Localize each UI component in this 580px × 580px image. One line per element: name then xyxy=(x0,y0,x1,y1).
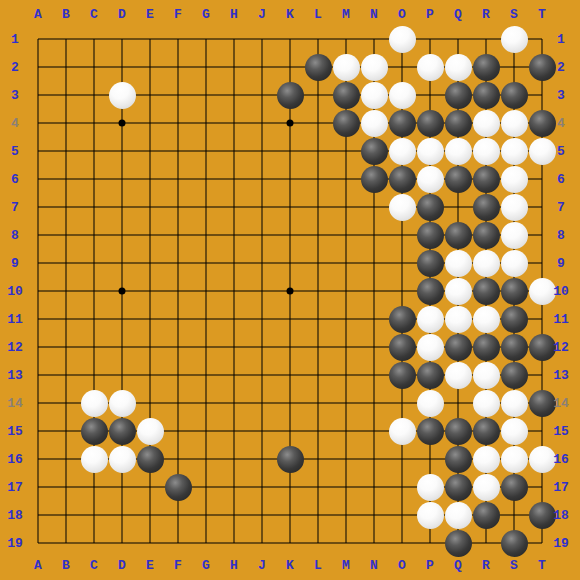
intersection-R16[interactable] xyxy=(472,445,500,473)
intersection-A14[interactable] xyxy=(24,389,52,417)
intersection-R4[interactable] xyxy=(472,109,500,137)
intersection-P2[interactable] xyxy=(416,53,444,81)
intersection-Q4[interactable] xyxy=(444,109,472,137)
intersection-R10[interactable] xyxy=(472,277,500,305)
intersection-F1[interactable] xyxy=(164,25,192,53)
intersection-C18[interactable] xyxy=(80,501,108,529)
intersection-Q8[interactable] xyxy=(444,221,472,249)
intersection-S2[interactable] xyxy=(500,53,528,81)
intersection-O10[interactable] xyxy=(388,277,416,305)
intersection-O3[interactable] xyxy=(388,81,416,109)
intersection-S16[interactable] xyxy=(500,445,528,473)
intersection-R11[interactable] xyxy=(472,305,500,333)
intersection-P13[interactable] xyxy=(416,361,444,389)
intersection-C13[interactable] xyxy=(80,361,108,389)
intersection-E5[interactable] xyxy=(136,137,164,165)
intersection-E14[interactable] xyxy=(136,389,164,417)
intersection-G12[interactable] xyxy=(192,333,220,361)
intersection-R1[interactable] xyxy=(472,25,500,53)
intersection-C3[interactable] xyxy=(80,81,108,109)
intersection-T13[interactable] xyxy=(528,361,556,389)
intersection-T9[interactable] xyxy=(528,249,556,277)
intersection-J7[interactable] xyxy=(248,193,276,221)
intersection-M4[interactable] xyxy=(332,109,360,137)
intersection-D4[interactable] xyxy=(108,109,136,137)
intersection-H14[interactable] xyxy=(220,389,248,417)
intersection-E18[interactable] xyxy=(136,501,164,529)
intersection-M5[interactable] xyxy=(332,137,360,165)
intersection-C4[interactable] xyxy=(80,109,108,137)
intersection-F15[interactable] xyxy=(164,417,192,445)
intersection-L2[interactable] xyxy=(304,53,332,81)
intersection-D15[interactable] xyxy=(108,417,136,445)
intersection-J9[interactable] xyxy=(248,249,276,277)
intersection-P9[interactable] xyxy=(416,249,444,277)
intersection-A16[interactable] xyxy=(24,445,52,473)
intersection-J10[interactable] xyxy=(248,277,276,305)
intersection-J8[interactable] xyxy=(248,221,276,249)
intersection-M7[interactable] xyxy=(332,193,360,221)
intersection-Q15[interactable] xyxy=(444,417,472,445)
intersection-Q10[interactable] xyxy=(444,277,472,305)
intersection-C2[interactable] xyxy=(80,53,108,81)
intersection-J14[interactable] xyxy=(248,389,276,417)
intersection-R19[interactable] xyxy=(472,529,500,557)
intersection-A1[interactable] xyxy=(24,25,52,53)
intersection-E6[interactable] xyxy=(136,165,164,193)
intersection-J13[interactable] xyxy=(248,361,276,389)
intersection-T19[interactable] xyxy=(528,529,556,557)
intersection-F5[interactable] xyxy=(164,137,192,165)
intersection-Q17[interactable] xyxy=(444,473,472,501)
intersection-E1[interactable] xyxy=(136,25,164,53)
intersection-Q18[interactable] xyxy=(444,501,472,529)
intersection-C1[interactable] xyxy=(80,25,108,53)
intersection-D19[interactable] xyxy=(108,529,136,557)
intersection-S6[interactable] xyxy=(500,165,528,193)
intersection-H15[interactable] xyxy=(220,417,248,445)
intersection-A6[interactable] xyxy=(24,165,52,193)
intersection-N16[interactable] xyxy=(360,445,388,473)
intersection-A4[interactable] xyxy=(24,109,52,137)
intersection-J18[interactable] xyxy=(248,501,276,529)
intersection-T17[interactable] xyxy=(528,473,556,501)
intersection-K7[interactable] xyxy=(276,193,304,221)
intersection-T16[interactable] xyxy=(528,445,556,473)
intersection-A17[interactable] xyxy=(24,473,52,501)
intersection-E4[interactable] xyxy=(136,109,164,137)
intersection-C7[interactable] xyxy=(80,193,108,221)
intersection-B3[interactable] xyxy=(52,81,80,109)
intersection-J6[interactable] xyxy=(248,165,276,193)
intersection-D16[interactable] xyxy=(108,445,136,473)
intersection-M12[interactable] xyxy=(332,333,360,361)
intersection-R7[interactable] xyxy=(472,193,500,221)
intersection-H4[interactable] xyxy=(220,109,248,137)
intersection-L15[interactable] xyxy=(304,417,332,445)
intersection-R3[interactable] xyxy=(472,81,500,109)
intersection-J2[interactable] xyxy=(248,53,276,81)
intersection-L9[interactable] xyxy=(304,249,332,277)
intersection-E15[interactable] xyxy=(136,417,164,445)
intersection-K2[interactable] xyxy=(276,53,304,81)
intersection-P1[interactable] xyxy=(416,25,444,53)
intersection-F10[interactable] xyxy=(164,277,192,305)
intersection-F3[interactable] xyxy=(164,81,192,109)
intersection-F17[interactable] xyxy=(164,473,192,501)
intersection-B4[interactable] xyxy=(52,109,80,137)
intersection-R18[interactable] xyxy=(472,501,500,529)
intersection-C12[interactable] xyxy=(80,333,108,361)
intersection-R8[interactable] xyxy=(472,221,500,249)
intersection-R5[interactable] xyxy=(472,137,500,165)
intersection-C11[interactable] xyxy=(80,305,108,333)
intersection-M6[interactable] xyxy=(332,165,360,193)
intersection-G5[interactable] xyxy=(192,137,220,165)
intersection-L18[interactable] xyxy=(304,501,332,529)
intersection-H18[interactable] xyxy=(220,501,248,529)
intersection-T6[interactable] xyxy=(528,165,556,193)
intersection-H8[interactable] xyxy=(220,221,248,249)
intersection-P17[interactable] xyxy=(416,473,444,501)
intersection-R14[interactable] xyxy=(472,389,500,417)
intersection-J5[interactable] xyxy=(248,137,276,165)
intersection-L16[interactable] xyxy=(304,445,332,473)
intersection-M14[interactable] xyxy=(332,389,360,417)
intersection-G7[interactable] xyxy=(192,193,220,221)
intersection-R17[interactable] xyxy=(472,473,500,501)
intersection-M3[interactable] xyxy=(332,81,360,109)
intersection-P15[interactable] xyxy=(416,417,444,445)
intersection-R13[interactable] xyxy=(472,361,500,389)
intersection-A18[interactable] xyxy=(24,501,52,529)
intersection-F2[interactable] xyxy=(164,53,192,81)
intersection-O17[interactable] xyxy=(388,473,416,501)
intersection-T12[interactable] xyxy=(528,333,556,361)
intersection-M17[interactable] xyxy=(332,473,360,501)
intersection-A7[interactable] xyxy=(24,193,52,221)
intersection-A11[interactable] xyxy=(24,305,52,333)
intersection-D3[interactable] xyxy=(108,81,136,109)
intersection-O19[interactable] xyxy=(388,529,416,557)
intersection-L7[interactable] xyxy=(304,193,332,221)
intersection-J11[interactable] xyxy=(248,305,276,333)
intersection-Q5[interactable] xyxy=(444,137,472,165)
intersection-F4[interactable] xyxy=(164,109,192,137)
intersection-J1[interactable] xyxy=(248,25,276,53)
intersection-L5[interactable] xyxy=(304,137,332,165)
intersection-E13[interactable] xyxy=(136,361,164,389)
intersection-G2[interactable] xyxy=(192,53,220,81)
intersection-T3[interactable] xyxy=(528,81,556,109)
intersection-E16[interactable] xyxy=(136,445,164,473)
intersection-N2[interactable] xyxy=(360,53,388,81)
intersection-H7[interactable] xyxy=(220,193,248,221)
intersection-Q16[interactable] xyxy=(444,445,472,473)
intersection-C19[interactable] xyxy=(80,529,108,557)
intersection-P16[interactable] xyxy=(416,445,444,473)
intersection-S10[interactable] xyxy=(500,277,528,305)
intersection-Q1[interactable] xyxy=(444,25,472,53)
intersection-H3[interactable] xyxy=(220,81,248,109)
intersection-K13[interactable] xyxy=(276,361,304,389)
intersection-P10[interactable] xyxy=(416,277,444,305)
intersection-G9[interactable] xyxy=(192,249,220,277)
intersection-N4[interactable] xyxy=(360,109,388,137)
intersection-T5[interactable] xyxy=(528,137,556,165)
intersection-D14[interactable] xyxy=(108,389,136,417)
intersection-B15[interactable] xyxy=(52,417,80,445)
intersection-T7[interactable] xyxy=(528,193,556,221)
intersection-K1[interactable] xyxy=(276,25,304,53)
intersection-C10[interactable] xyxy=(80,277,108,305)
intersection-N6[interactable] xyxy=(360,165,388,193)
intersection-S19[interactable] xyxy=(500,529,528,557)
intersection-H17[interactable] xyxy=(220,473,248,501)
intersection-G14[interactable] xyxy=(192,389,220,417)
intersection-L4[interactable] xyxy=(304,109,332,137)
intersection-L13[interactable] xyxy=(304,361,332,389)
intersection-S13[interactable] xyxy=(500,361,528,389)
intersection-Q12[interactable] xyxy=(444,333,472,361)
intersection-K9[interactable] xyxy=(276,249,304,277)
intersection-E10[interactable] xyxy=(136,277,164,305)
intersection-B17[interactable] xyxy=(52,473,80,501)
intersection-M19[interactable] xyxy=(332,529,360,557)
intersection-N12[interactable] xyxy=(360,333,388,361)
intersection-F9[interactable] xyxy=(164,249,192,277)
intersection-C5[interactable] xyxy=(80,137,108,165)
intersection-J3[interactable] xyxy=(248,81,276,109)
intersection-S1[interactable] xyxy=(500,25,528,53)
intersection-H10[interactable] xyxy=(220,277,248,305)
intersection-B1[interactable] xyxy=(52,25,80,53)
intersection-F6[interactable] xyxy=(164,165,192,193)
intersection-M15[interactable] xyxy=(332,417,360,445)
intersection-K5[interactable] xyxy=(276,137,304,165)
intersection-N11[interactable] xyxy=(360,305,388,333)
intersection-L3[interactable] xyxy=(304,81,332,109)
intersection-Q6[interactable] xyxy=(444,165,472,193)
intersection-D18[interactable] xyxy=(108,501,136,529)
intersection-B16[interactable] xyxy=(52,445,80,473)
intersection-G16[interactable] xyxy=(192,445,220,473)
intersection-T1[interactable] xyxy=(528,25,556,53)
intersection-B9[interactable] xyxy=(52,249,80,277)
intersection-D10[interactable] xyxy=(108,277,136,305)
intersection-B2[interactable] xyxy=(52,53,80,81)
intersection-D5[interactable] xyxy=(108,137,136,165)
intersection-C14[interactable] xyxy=(80,389,108,417)
intersection-O13[interactable] xyxy=(388,361,416,389)
intersection-O15[interactable] xyxy=(388,417,416,445)
intersection-H19[interactable] xyxy=(220,529,248,557)
intersection-F16[interactable] xyxy=(164,445,192,473)
intersection-B14[interactable] xyxy=(52,389,80,417)
intersection-M2[interactable] xyxy=(332,53,360,81)
intersection-M1[interactable] xyxy=(332,25,360,53)
intersection-B5[interactable] xyxy=(52,137,80,165)
intersection-G15[interactable] xyxy=(192,417,220,445)
intersection-T10[interactable] xyxy=(528,277,556,305)
intersection-N19[interactable] xyxy=(360,529,388,557)
intersection-C9[interactable] xyxy=(80,249,108,277)
intersection-P4[interactable] xyxy=(416,109,444,137)
intersection-P11[interactable] xyxy=(416,305,444,333)
intersection-G3[interactable] xyxy=(192,81,220,109)
intersection-O1[interactable] xyxy=(388,25,416,53)
intersection-H6[interactable] xyxy=(220,165,248,193)
intersection-E8[interactable] xyxy=(136,221,164,249)
intersection-D12[interactable] xyxy=(108,333,136,361)
intersection-Q7[interactable] xyxy=(444,193,472,221)
intersection-S7[interactable] xyxy=(500,193,528,221)
intersection-H2[interactable] xyxy=(220,53,248,81)
intersection-L14[interactable] xyxy=(304,389,332,417)
intersection-A19[interactable] xyxy=(24,529,52,557)
intersection-O2[interactable] xyxy=(388,53,416,81)
intersection-A3[interactable] xyxy=(24,81,52,109)
intersection-P18[interactable] xyxy=(416,501,444,529)
intersection-O12[interactable] xyxy=(388,333,416,361)
intersection-J19[interactable] xyxy=(248,529,276,557)
intersection-P8[interactable] xyxy=(416,221,444,249)
intersection-A8[interactable] xyxy=(24,221,52,249)
intersection-T18[interactable] xyxy=(528,501,556,529)
intersection-K4[interactable] xyxy=(276,109,304,137)
intersection-J17[interactable] xyxy=(248,473,276,501)
intersection-R9[interactable] xyxy=(472,249,500,277)
intersection-B8[interactable] xyxy=(52,221,80,249)
intersection-H9[interactable] xyxy=(220,249,248,277)
intersection-Q9[interactable] xyxy=(444,249,472,277)
intersection-D2[interactable] xyxy=(108,53,136,81)
intersection-E12[interactable] xyxy=(136,333,164,361)
intersection-P3[interactable] xyxy=(416,81,444,109)
intersection-S9[interactable] xyxy=(500,249,528,277)
intersection-S14[interactable] xyxy=(500,389,528,417)
intersection-R15[interactable] xyxy=(472,417,500,445)
intersection-B6[interactable] xyxy=(52,165,80,193)
intersection-L8[interactable] xyxy=(304,221,332,249)
intersection-D11[interactable] xyxy=(108,305,136,333)
intersection-G18[interactable] xyxy=(192,501,220,529)
intersection-O4[interactable] xyxy=(388,109,416,137)
intersection-N14[interactable] xyxy=(360,389,388,417)
intersection-K18[interactable] xyxy=(276,501,304,529)
intersection-G6[interactable] xyxy=(192,165,220,193)
intersection-C8[interactable] xyxy=(80,221,108,249)
intersection-S5[interactable] xyxy=(500,137,528,165)
intersection-K3[interactable] xyxy=(276,81,304,109)
intersection-Q11[interactable] xyxy=(444,305,472,333)
intersection-D7[interactable] xyxy=(108,193,136,221)
intersection-Q3[interactable] xyxy=(444,81,472,109)
intersection-D8[interactable] xyxy=(108,221,136,249)
intersection-A9[interactable] xyxy=(24,249,52,277)
intersection-S12[interactable] xyxy=(500,333,528,361)
intersection-P19[interactable] xyxy=(416,529,444,557)
intersection-B19[interactable] xyxy=(52,529,80,557)
intersection-E9[interactable] xyxy=(136,249,164,277)
intersection-P6[interactable] xyxy=(416,165,444,193)
intersection-K16[interactable] xyxy=(276,445,304,473)
intersection-N10[interactable] xyxy=(360,277,388,305)
intersection-H11[interactable] xyxy=(220,305,248,333)
intersection-B13[interactable] xyxy=(52,361,80,389)
intersection-S15[interactable] xyxy=(500,417,528,445)
intersection-O11[interactable] xyxy=(388,305,416,333)
intersection-Q13[interactable] xyxy=(444,361,472,389)
intersection-M11[interactable] xyxy=(332,305,360,333)
intersection-O16[interactable] xyxy=(388,445,416,473)
intersection-C17[interactable] xyxy=(80,473,108,501)
intersection-J15[interactable] xyxy=(248,417,276,445)
intersection-M8[interactable] xyxy=(332,221,360,249)
intersection-Q14[interactable] xyxy=(444,389,472,417)
intersection-T2[interactable] xyxy=(528,53,556,81)
intersection-P12[interactable] xyxy=(416,333,444,361)
intersection-C16[interactable] xyxy=(80,445,108,473)
intersection-O7[interactable] xyxy=(388,193,416,221)
intersection-G17[interactable] xyxy=(192,473,220,501)
intersection-M18[interactable] xyxy=(332,501,360,529)
intersection-H12[interactable] xyxy=(220,333,248,361)
intersection-K19[interactable] xyxy=(276,529,304,557)
intersection-N8[interactable] xyxy=(360,221,388,249)
intersection-L10[interactable] xyxy=(304,277,332,305)
intersection-N13[interactable] xyxy=(360,361,388,389)
intersection-K14[interactable] xyxy=(276,389,304,417)
intersection-E3[interactable] xyxy=(136,81,164,109)
intersection-R12[interactable] xyxy=(472,333,500,361)
intersection-F11[interactable] xyxy=(164,305,192,333)
intersection-Q19[interactable] xyxy=(444,529,472,557)
intersection-N18[interactable] xyxy=(360,501,388,529)
intersection-H1[interactable] xyxy=(220,25,248,53)
intersection-L6[interactable] xyxy=(304,165,332,193)
intersection-P7[interactable] xyxy=(416,193,444,221)
intersection-B10[interactable] xyxy=(52,277,80,305)
intersection-S11[interactable] xyxy=(500,305,528,333)
intersection-D17[interactable] xyxy=(108,473,136,501)
intersection-F18[interactable] xyxy=(164,501,192,529)
intersection-D9[interactable] xyxy=(108,249,136,277)
intersection-T11[interactable] xyxy=(528,305,556,333)
intersection-J12[interactable] xyxy=(248,333,276,361)
intersection-M16[interactable] xyxy=(332,445,360,473)
intersection-O14[interactable] xyxy=(388,389,416,417)
intersection-E2[interactable] xyxy=(136,53,164,81)
intersection-F19[interactable] xyxy=(164,529,192,557)
intersection-S17[interactable] xyxy=(500,473,528,501)
intersection-N17[interactable] xyxy=(360,473,388,501)
intersection-F8[interactable] xyxy=(164,221,192,249)
intersection-R6[interactable] xyxy=(472,165,500,193)
intersection-O8[interactable] xyxy=(388,221,416,249)
intersection-L1[interactable] xyxy=(304,25,332,53)
intersection-F12[interactable] xyxy=(164,333,192,361)
intersection-E19[interactable] xyxy=(136,529,164,557)
intersection-G11[interactable] xyxy=(192,305,220,333)
intersection-B11[interactable] xyxy=(52,305,80,333)
intersection-S8[interactable] xyxy=(500,221,528,249)
intersection-D6[interactable] xyxy=(108,165,136,193)
intersection-L12[interactable] xyxy=(304,333,332,361)
intersection-K10[interactable] xyxy=(276,277,304,305)
intersection-C15[interactable] xyxy=(80,417,108,445)
intersection-O5[interactable] xyxy=(388,137,416,165)
